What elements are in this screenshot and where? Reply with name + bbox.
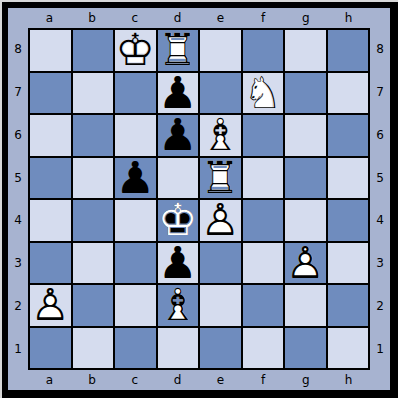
square-h4[interactable] (328, 200, 369, 241)
square-a4[interactable] (30, 200, 71, 241)
rank-label-5: 5 (8, 156, 28, 199)
square-h7[interactable] (328, 73, 369, 114)
rank-label-8: 8 (370, 28, 390, 71)
square-b2[interactable] (73, 285, 114, 326)
square-c5[interactable]: ♟ (115, 158, 156, 199)
file-label-a: a (28, 8, 71, 28)
file-label-g: g (285, 370, 328, 390)
piece-black-king[interactable]: ♚♔ (158, 200, 199, 241)
square-e4[interactable]: ♟♙ (200, 200, 241, 241)
file-labels-bottom: abcdefgh (28, 370, 370, 390)
rank-labels-left: 87654321 (8, 28, 28, 370)
file-label-h: h (327, 370, 370, 390)
file-label-c: c (114, 370, 157, 390)
white-knight-fill: ♞ (243, 73, 284, 114)
square-g7[interactable] (285, 73, 326, 114)
file-label-b: b (71, 370, 114, 390)
square-f2[interactable] (243, 285, 284, 326)
piece-black-pawn[interactable]: ♟ (158, 115, 199, 156)
square-a2[interactable]: ♟♙ (30, 285, 71, 326)
white-rook-outline: ♖ (158, 30, 199, 71)
square-f5[interactable] (243, 158, 284, 199)
square-c8[interactable]: ♚♔ (115, 30, 156, 71)
white-pawn-fill: ♟ (30, 285, 71, 326)
piece-white-bishop[interactable]: ♝♗ (200, 115, 241, 156)
rank-label-8: 8 (8, 28, 28, 71)
square-f4[interactable] (243, 200, 284, 241)
file-label-f: f (242, 8, 285, 28)
square-g5[interactable] (285, 158, 326, 199)
rank-label-3: 3 (8, 242, 28, 285)
square-g3[interactable]: ♟♙ (285, 243, 326, 284)
square-d5[interactable] (158, 158, 199, 199)
square-c6[interactable] (115, 115, 156, 156)
square-g2[interactable] (285, 285, 326, 326)
piece-black-pawn[interactable]: ♟ (158, 73, 199, 114)
file-label-c: c (114, 8, 157, 28)
rank-labels-right: 87654321 (370, 28, 390, 370)
file-label-b: b (71, 8, 114, 28)
rank-label-4: 4 (370, 199, 390, 242)
square-d4[interactable]: ♚♔ (158, 200, 199, 241)
white-pawn-outline: ♙ (200, 200, 241, 241)
piece-white-rook[interactable]: ♜♖ (200, 158, 241, 199)
square-c3[interactable] (115, 243, 156, 284)
square-a6[interactable] (30, 115, 71, 156)
white-rook-fill: ♜ (200, 158, 241, 199)
square-b7[interactable] (73, 73, 114, 114)
square-f1[interactable] (243, 328, 284, 369)
rank-label-2: 2 (370, 285, 390, 328)
square-e5[interactable]: ♜♖ (200, 158, 241, 199)
coordinate-margin: abcdefgh 87654321 ♚♔♜♖♟♞♘♟♝♗♟♜♖♚♔♟♙♟♟♙♟♙… (8, 8, 390, 390)
file-labels-top: abcdefgh (28, 8, 370, 28)
white-bishop-outline: ♗ (200, 115, 241, 156)
square-e6[interactable]: ♝♗ (200, 115, 241, 156)
square-c1[interactable] (115, 328, 156, 369)
corner-spacer (370, 8, 390, 28)
white-bishop-fill: ♝ (200, 115, 241, 156)
piece-black-pawn[interactable]: ♟ (115, 158, 156, 199)
black-pawn-fill: ♟ (158, 73, 199, 114)
square-a3[interactable] (30, 243, 71, 284)
piece-white-rook[interactable]: ♜♖ (158, 30, 199, 71)
square-a5[interactable] (30, 158, 71, 199)
square-d3[interactable]: ♟ (158, 243, 199, 284)
square-e1[interactable] (200, 328, 241, 369)
square-f8[interactable] (243, 30, 284, 71)
file-label-d: d (156, 370, 199, 390)
corner-spacer (370, 370, 390, 390)
black-king-outline: ♔ (158, 200, 199, 241)
square-b1[interactable] (73, 328, 114, 369)
rank-label-7: 7 (370, 71, 390, 114)
white-knight-outline: ♘ (243, 73, 284, 114)
white-king-outline: ♔ (115, 30, 156, 71)
file-label-e: e (199, 8, 242, 28)
white-pawn-fill: ♟ (200, 200, 241, 241)
black-pawn-fill: ♟ (158, 243, 199, 284)
square-f3[interactable] (243, 243, 284, 284)
square-b6[interactable] (73, 115, 114, 156)
file-label-f: f (242, 370, 285, 390)
rank-label-5: 5 (370, 156, 390, 199)
rank-label-3: 3 (370, 242, 390, 285)
piece-white-pawn[interactable]: ♟♙ (200, 200, 241, 241)
square-e7[interactable] (200, 73, 241, 114)
rank-label-1: 1 (370, 327, 390, 370)
white-pawn-outline: ♙ (285, 243, 326, 284)
rank-label-2: 2 (8, 285, 28, 328)
square-h2[interactable] (328, 285, 369, 326)
rank-label-1: 1 (8, 327, 28, 370)
rank-label-4: 4 (8, 199, 28, 242)
square-d2[interactable]: ♝♗ (158, 285, 199, 326)
file-label-d: d (156, 8, 199, 28)
file-label-e: e (199, 370, 242, 390)
square-d7[interactable]: ♟ (158, 73, 199, 114)
square-d8[interactable]: ♜♖ (158, 30, 199, 71)
square-c7[interactable] (115, 73, 156, 114)
square-g4[interactable] (285, 200, 326, 241)
chess-board: ♚♔♜♖♟♞♘♟♝♗♟♜♖♚♔♟♙♟♟♙♟♙♝♗ (28, 28, 370, 370)
square-g6[interactable] (285, 115, 326, 156)
square-d6[interactable]: ♟ (158, 115, 199, 156)
square-f6[interactable] (243, 115, 284, 156)
square-a7[interactable] (30, 73, 71, 114)
square-d1[interactable] (158, 328, 199, 369)
file-label-g: g (285, 8, 328, 28)
square-b4[interactable] (73, 200, 114, 241)
square-e2[interactable] (200, 285, 241, 326)
square-g8[interactable] (285, 30, 326, 71)
square-h3[interactable] (328, 243, 369, 284)
white-bishop-outline: ♗ (158, 285, 199, 326)
board-frame: abcdefgh 87654321 ♚♔♜♖♟♞♘♟♝♗♟♜♖♚♔♟♙♟♟♙♟♙… (0, 0, 398, 398)
white-bishop-fill: ♝ (158, 285, 199, 326)
corner-spacer (8, 370, 28, 390)
file-label-h: h (327, 8, 370, 28)
square-g1[interactable] (285, 328, 326, 369)
square-a1[interactable] (30, 328, 71, 369)
square-e8[interactable] (200, 30, 241, 71)
black-pawn-fill: ♟ (158, 115, 199, 156)
square-h6[interactable] (328, 115, 369, 156)
square-c2[interactable] (115, 285, 156, 326)
rank-label-7: 7 (8, 71, 28, 114)
file-label-a: a (28, 370, 71, 390)
corner-spacer (8, 8, 28, 28)
square-h5[interactable] (328, 158, 369, 199)
piece-white-king[interactable]: ♚♔ (115, 30, 156, 71)
white-king-fill: ♚ (115, 30, 156, 71)
square-h8[interactable] (328, 30, 369, 71)
square-c4[interactable] (115, 200, 156, 241)
rank-label-6: 6 (370, 114, 390, 157)
white-pawn-fill: ♟ (285, 243, 326, 284)
piece-white-bishop[interactable]: ♝♗ (158, 285, 199, 326)
piece-white-pawn[interactable]: ♟♙ (30, 285, 71, 326)
square-h1[interactable] (328, 328, 369, 369)
piece-black-pawn[interactable]: ♟ (158, 243, 199, 284)
white-rook-fill: ♜ (158, 30, 199, 71)
square-e3[interactable] (200, 243, 241, 284)
black-pawn-fill: ♟ (115, 158, 156, 199)
piece-white-pawn[interactable]: ♟♙ (285, 243, 326, 284)
black-king-fill: ♚ (158, 200, 199, 241)
piece-white-knight[interactable]: ♞♘ (243, 73, 284, 114)
square-a8[interactable] (30, 30, 71, 71)
square-b3[interactable] (73, 243, 114, 284)
white-pawn-outline: ♙ (30, 285, 71, 326)
white-rook-outline: ♖ (200, 158, 241, 199)
square-b8[interactable] (73, 30, 114, 71)
square-b5[interactable] (73, 158, 114, 199)
square-f7[interactable]: ♞♘ (243, 73, 284, 114)
rank-label-6: 6 (8, 114, 28, 157)
